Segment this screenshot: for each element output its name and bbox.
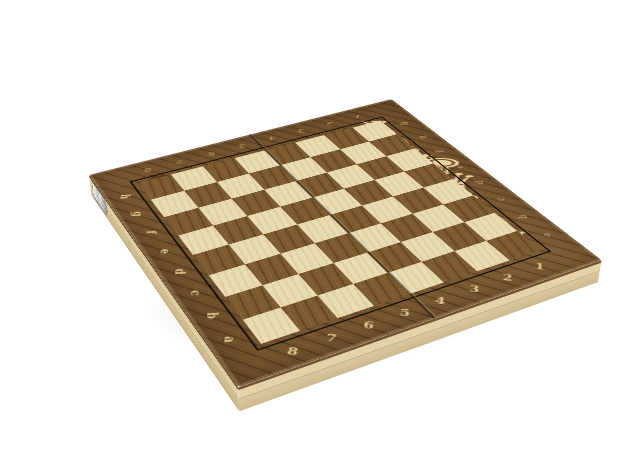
file-label-h-far: h <box>398 121 410 125</box>
white-pawn-glyph: ♟ <box>344 143 382 154</box>
file-label-h-near: h <box>117 194 133 199</box>
white-pawn-glyph: ♟ <box>328 129 365 139</box>
chess-set-photo: 8877665544332211aabbccddeeffgghh ♜♟♞♟♝♟♚… <box>0 0 620 465</box>
white-pawn-glyph: ♟ <box>396 189 438 202</box>
file-label-g-far: g <box>416 135 428 139</box>
rank-label-2-far: 2 <box>325 121 333 127</box>
